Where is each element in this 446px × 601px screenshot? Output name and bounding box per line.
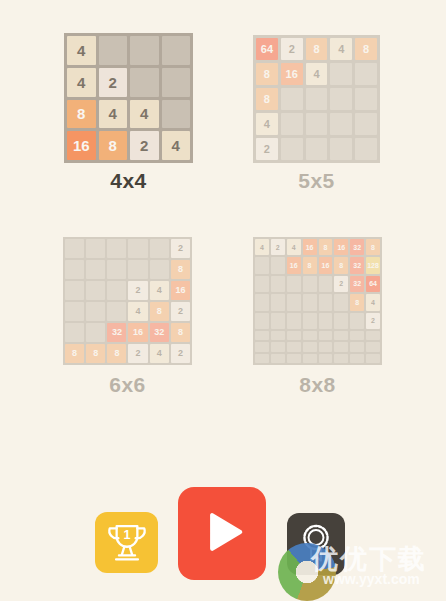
empty-cell	[271, 342, 285, 351]
empty-cell	[271, 257, 285, 273]
empty-cell	[334, 342, 348, 351]
empty-cell	[281, 138, 303, 160]
tile-16: 16	[287, 257, 301, 273]
empty-cell	[330, 88, 352, 110]
tile-4: 4	[150, 281, 169, 300]
tile-8: 8	[303, 257, 317, 273]
empty-cell	[86, 323, 105, 342]
empty-cell	[65, 260, 84, 279]
empty-cell	[306, 138, 328, 160]
tile-8: 8	[319, 239, 333, 255]
empty-cell	[162, 36, 191, 65]
tile-2: 2	[171, 302, 190, 321]
tile-2: 2	[99, 68, 128, 97]
tile-8: 8	[86, 344, 105, 363]
tile-16: 16	[303, 239, 317, 255]
tile-4: 4	[162, 131, 191, 160]
empty-cell	[107, 260, 126, 279]
empty-cell	[86, 239, 105, 258]
empty-cell	[107, 281, 126, 300]
tile-8: 8	[67, 100, 96, 129]
empty-cell	[334, 313, 348, 329]
tile-4: 4	[128, 302, 147, 321]
empty-cell	[350, 313, 364, 329]
empty-cell	[319, 331, 333, 340]
tile-8: 8	[350, 294, 364, 310]
empty-cell	[65, 302, 84, 321]
tile-32: 32	[350, 276, 364, 292]
tile-2: 2	[171, 239, 190, 258]
tile-2: 2	[281, 38, 303, 60]
empty-cell	[287, 354, 301, 363]
empty-cell	[150, 239, 169, 258]
empty-cell	[287, 331, 301, 340]
empty-cell	[271, 331, 285, 340]
tile-8: 8	[366, 239, 380, 255]
empty-cell	[350, 342, 364, 351]
empty-cell	[303, 313, 317, 329]
tile-16: 16	[171, 281, 190, 300]
empty-cell	[150, 260, 169, 279]
empty-cell	[271, 354, 285, 363]
tile-4: 4	[366, 294, 380, 310]
empty-cell	[65, 239, 84, 258]
empty-cell	[319, 276, 333, 292]
board-preview-4x4[interactable]: 44284416824	[64, 33, 193, 163]
empty-cell	[319, 354, 333, 363]
empty-cell	[271, 313, 285, 329]
empty-cell	[130, 36, 159, 65]
empty-cell	[303, 354, 317, 363]
tile-2: 2	[334, 276, 348, 292]
play-button[interactable]	[178, 487, 266, 580]
empty-cell	[255, 313, 269, 329]
tile-4: 4	[67, 36, 96, 65]
empty-cell	[255, 331, 269, 340]
empty-cell	[303, 294, 317, 310]
tile-2: 2	[271, 239, 285, 255]
leaderboard-button[interactable]: 1	[95, 512, 158, 573]
tile-64: 64	[366, 276, 380, 292]
tile-8: 8	[171, 260, 190, 279]
empty-cell	[107, 302, 126, 321]
mode-select-screen: 44284416824 4x4 6428488164842 5x5 282416…	[0, 0, 446, 601]
empty-cell	[255, 257, 269, 273]
tile-4: 4	[256, 113, 278, 135]
empty-cell	[334, 354, 348, 363]
empty-cell	[255, 294, 269, 310]
tile-2: 2	[130, 131, 159, 160]
tile-8: 8	[99, 131, 128, 160]
empty-cell	[306, 113, 328, 135]
tile-8: 8	[65, 344, 84, 363]
tile-8: 8	[150, 302, 169, 321]
tile-8: 8	[171, 323, 190, 342]
tile-8: 8	[107, 344, 126, 363]
empty-cell	[355, 113, 377, 135]
tile-32: 32	[150, 323, 169, 342]
empty-cell	[303, 342, 317, 351]
tile-16: 16	[67, 131, 96, 160]
empty-cell	[255, 342, 269, 351]
tile-2: 2	[366, 313, 380, 329]
empty-cell	[271, 294, 285, 310]
empty-cell	[128, 260, 147, 279]
tile-2: 2	[128, 344, 147, 363]
empty-cell	[130, 68, 159, 97]
empty-cell	[303, 276, 317, 292]
tile-16: 16	[281, 63, 303, 85]
empty-cell	[287, 294, 301, 310]
tile-8: 8	[334, 257, 348, 273]
empty-cell	[355, 138, 377, 160]
empty-cell	[99, 36, 128, 65]
tile-16: 16	[128, 323, 147, 342]
empty-cell	[330, 113, 352, 135]
empty-cell	[319, 313, 333, 329]
empty-cell	[334, 294, 348, 310]
empty-cell	[306, 88, 328, 110]
board-preview-6x6[interactable]: 2824164823216328888242	[63, 237, 192, 365]
tile-32: 32	[107, 323, 126, 342]
empty-cell	[255, 276, 269, 292]
empty-cell	[86, 281, 105, 300]
tile-4: 4	[99, 100, 128, 129]
tile-4: 4	[287, 239, 301, 255]
empty-cell	[303, 331, 317, 340]
svg-text:1: 1	[123, 528, 130, 542]
board-preview-5x5[interactable]: 6428488164842	[253, 35, 380, 163]
tile-4: 4	[330, 38, 352, 60]
mode-label-8x8: 8x8	[253, 373, 382, 397]
empty-cell	[334, 331, 348, 340]
tile-2: 2	[171, 344, 190, 363]
empty-cell	[366, 354, 380, 363]
tile-8: 8	[306, 38, 328, 60]
empty-cell	[330, 63, 352, 85]
tile-8: 8	[256, 63, 278, 85]
empty-cell	[65, 323, 84, 342]
empty-cell	[107, 239, 126, 258]
empty-cell	[281, 113, 303, 135]
tile-16: 16	[334, 239, 348, 255]
tile-4: 4	[306, 63, 328, 85]
trophy-icon: 1	[104, 518, 150, 567]
empty-cell	[355, 88, 377, 110]
mode-label-4x4: 4x4	[64, 169, 193, 193]
watermark-url: www.yyxt.com	[323, 571, 420, 587]
mode-label-5x5: 5x5	[253, 169, 380, 193]
empty-cell	[319, 294, 333, 310]
tile-8: 8	[355, 38, 377, 60]
mode-label-6x6: 6x6	[63, 373, 192, 397]
empty-cell	[287, 276, 301, 292]
tile-32: 32	[350, 239, 364, 255]
empty-cell	[271, 276, 285, 292]
tile-4: 4	[130, 100, 159, 129]
empty-cell	[86, 302, 105, 321]
empty-cell	[366, 342, 380, 351]
empty-cell	[65, 281, 84, 300]
empty-cell	[287, 342, 301, 351]
tile-64: 64	[256, 38, 278, 60]
tile-16: 16	[319, 257, 333, 273]
empty-cell	[255, 354, 269, 363]
empty-cell	[162, 68, 191, 97]
empty-cell	[350, 354, 364, 363]
empty-cell	[128, 239, 147, 258]
empty-cell	[355, 63, 377, 85]
empty-cell	[287, 313, 301, 329]
tile-2: 2	[256, 138, 278, 160]
empty-cell	[319, 342, 333, 351]
empty-cell	[366, 331, 380, 340]
tile-4: 4	[67, 68, 96, 97]
tile-4: 4	[150, 344, 169, 363]
empty-cell	[281, 88, 303, 110]
tile-4: 4	[255, 239, 269, 255]
tile-2: 2	[128, 281, 147, 300]
empty-cell	[86, 260, 105, 279]
empty-cell	[350, 331, 364, 340]
empty-cell	[162, 100, 191, 129]
tile-8: 8	[256, 88, 278, 110]
play-icon	[194, 504, 250, 563]
board-preview-8x8[interactable]: 424168163281681683212823264842	[253, 237, 382, 365]
tile-32: 32	[350, 257, 364, 273]
empty-cell	[330, 138, 352, 160]
tile-128: 128	[366, 257, 380, 273]
